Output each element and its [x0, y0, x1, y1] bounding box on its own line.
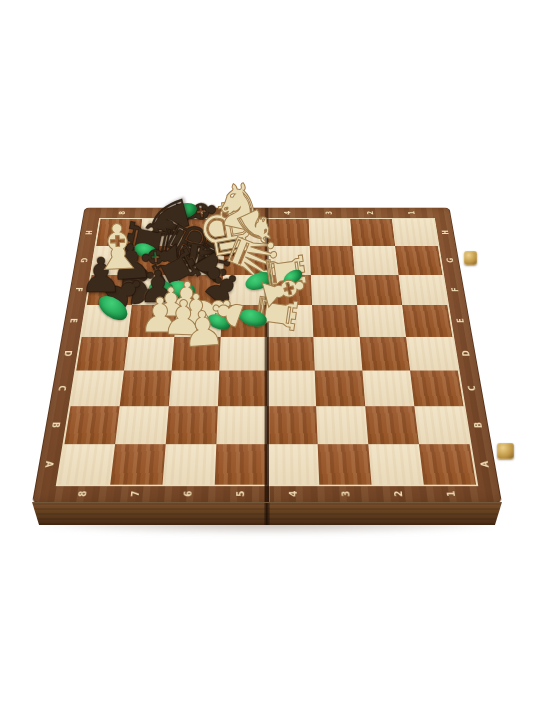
- chess-set-product-photo: 87654321 87654321 HGFEDCBA HGFEDCBA ♝♞♜♚…: [0, 0, 540, 720]
- piece-light-bishop: ♝: [89, 215, 148, 280]
- piece-light-pawn: ♟: [180, 303, 226, 354]
- piece-pile: ♝♞♜♚♝♛♜♟♞♟♟♟♟♚♞♞♛♜♜♝♟♟♟♟♟♝♟♟♟♟♟♟: [0, 0, 540, 720]
